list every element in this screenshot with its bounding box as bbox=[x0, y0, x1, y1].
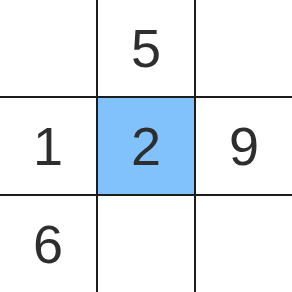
cell-r2c1[interactable] bbox=[98, 196, 194, 292]
cell-r2c2[interactable] bbox=[196, 196, 292, 292]
cell-r1c0[interactable]: 1 bbox=[0, 98, 96, 194]
cell-r1c2[interactable]: 9 bbox=[196, 98, 292, 194]
cell-r0c0[interactable] bbox=[0, 0, 96, 96]
sudoku-board: 5 1 2 9 6 bbox=[0, 0, 292, 292]
cell-r0c2[interactable] bbox=[196, 0, 292, 96]
cell-r0c1[interactable]: 5 bbox=[98, 0, 194, 96]
cell-r1c1-selected[interactable]: 2 bbox=[98, 98, 194, 194]
cell-r2c0[interactable]: 6 bbox=[0, 196, 96, 292]
